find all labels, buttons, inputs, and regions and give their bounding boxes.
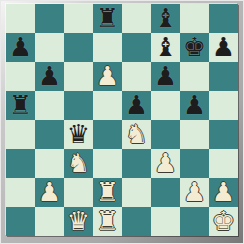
- square-f2[interactable]: [151, 178, 180, 207]
- square-a2[interactable]: [6, 178, 35, 207]
- piece-white-knight: ♞: [125, 120, 148, 149]
- piece-black-pawn: ♟: [38, 62, 61, 91]
- square-h7[interactable]: ♟: [209, 33, 238, 62]
- square-c7[interactable]: [64, 33, 93, 62]
- square-b1[interactable]: [35, 207, 64, 236]
- square-e3[interactable]: [122, 149, 151, 178]
- piece-white-rook: ♜: [96, 207, 119, 236]
- piece-white-pawn: ♟: [212, 178, 235, 207]
- square-e1[interactable]: [122, 207, 151, 236]
- square-d4[interactable]: [93, 120, 122, 149]
- piece-white-pawn: ♟: [154, 149, 177, 178]
- square-b7[interactable]: [35, 33, 64, 62]
- square-f7[interactable]: ♝: [151, 33, 180, 62]
- piece-white-king: ♚: [212, 207, 235, 236]
- square-b8[interactable]: [35, 4, 64, 33]
- square-a8[interactable]: [6, 4, 35, 33]
- square-d5[interactable]: [93, 91, 122, 120]
- square-a6[interactable]: [6, 62, 35, 91]
- square-a4[interactable]: [6, 120, 35, 149]
- square-h2[interactable]: ♟: [209, 178, 238, 207]
- square-f1[interactable]: [151, 207, 180, 236]
- square-h3[interactable]: [209, 149, 238, 178]
- square-d8[interactable]: ♜: [93, 4, 122, 33]
- piece-white-knight: ♞: [67, 149, 90, 178]
- piece-black-pawn: ♟: [154, 62, 177, 91]
- square-a1[interactable]: [6, 207, 35, 236]
- square-g2[interactable]: ♟: [180, 178, 209, 207]
- square-d7[interactable]: [93, 33, 122, 62]
- square-f3[interactable]: ♟: [151, 149, 180, 178]
- square-g1[interactable]: [180, 207, 209, 236]
- piece-black-pawn: ♟: [9, 33, 32, 62]
- square-e5[interactable]: ♟: [122, 91, 151, 120]
- square-g6[interactable]: [180, 62, 209, 91]
- piece-white-rook: ♜: [96, 178, 119, 207]
- square-g7[interactable]: ♚: [180, 33, 209, 62]
- square-f6[interactable]: ♟: [151, 62, 180, 91]
- square-h5[interactable]: [209, 91, 238, 120]
- piece-black-queen: ♛: [67, 120, 90, 149]
- piece-white-pawn: ♟: [183, 178, 206, 207]
- square-a7[interactable]: ♟: [6, 33, 35, 62]
- square-h4[interactable]: [209, 120, 238, 149]
- square-c4[interactable]: ♛: [64, 120, 93, 149]
- square-a3[interactable]: [6, 149, 35, 178]
- piece-black-pawn: ♟: [125, 91, 148, 120]
- square-g4[interactable]: [180, 120, 209, 149]
- square-d3[interactable]: [93, 149, 122, 178]
- square-h6[interactable]: [209, 62, 238, 91]
- board-frame: ♜♝♟♝♚♟♟♟♟♜♟♟♛♞♞♟♟♜♟♟♛♜♚: [0, 0, 244, 244]
- square-a5[interactable]: ♜: [6, 91, 35, 120]
- piece-black-pawn: ♟: [183, 91, 206, 120]
- piece-black-rook: ♜: [96, 4, 119, 33]
- square-b2[interactable]: ♟: [35, 178, 64, 207]
- piece-black-pawn: ♟: [212, 33, 235, 62]
- piece-white-pawn: ♟: [38, 178, 61, 207]
- piece-black-rook: ♜: [9, 91, 32, 120]
- piece-white-pawn: ♟: [96, 62, 119, 91]
- square-c3[interactable]: ♞: [64, 149, 93, 178]
- square-g8[interactable]: [180, 4, 209, 33]
- square-c2[interactable]: [64, 178, 93, 207]
- square-b3[interactable]: [35, 149, 64, 178]
- square-f8[interactable]: ♝: [151, 4, 180, 33]
- chess-board: ♜♝♟♝♚♟♟♟♟♜♟♟♛♞♞♟♟♜♟♟♛♜♚: [6, 4, 238, 236]
- piece-white-queen: ♛: [67, 207, 90, 236]
- square-e6[interactable]: [122, 62, 151, 91]
- square-d2[interactable]: ♜: [93, 178, 122, 207]
- square-d6[interactable]: ♟: [93, 62, 122, 91]
- square-f5[interactable]: [151, 91, 180, 120]
- square-c6[interactable]: [64, 62, 93, 91]
- square-e8[interactable]: [122, 4, 151, 33]
- piece-black-king: ♚: [183, 33, 206, 62]
- square-c8[interactable]: [64, 4, 93, 33]
- square-e7[interactable]: [122, 33, 151, 62]
- square-f4[interactable]: [151, 120, 180, 149]
- square-e4[interactable]: ♞: [122, 120, 151, 149]
- square-b6[interactable]: ♟: [35, 62, 64, 91]
- piece-black-bishop: ♝: [154, 4, 177, 33]
- piece-black-bishop: ♝: [154, 33, 177, 62]
- square-c1[interactable]: ♛: [64, 207, 93, 236]
- square-b4[interactable]: [35, 120, 64, 149]
- square-h8[interactable]: [209, 4, 238, 33]
- square-c5[interactable]: [64, 91, 93, 120]
- square-d1[interactable]: ♜: [93, 207, 122, 236]
- square-e2[interactable]: [122, 178, 151, 207]
- square-g5[interactable]: ♟: [180, 91, 209, 120]
- square-g3[interactable]: [180, 149, 209, 178]
- square-b5[interactable]: [35, 91, 64, 120]
- square-h1[interactable]: ♚: [209, 207, 238, 236]
